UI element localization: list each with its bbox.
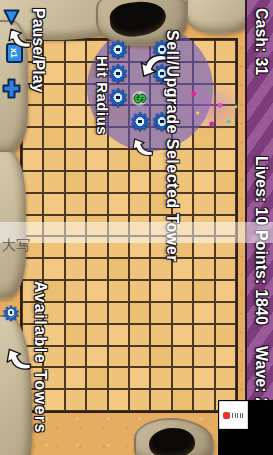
cell-9-11[interactable]	[215, 280, 236, 302]
cell-4-16[interactable]	[108, 389, 129, 411]
cell-5-12[interactable]	[129, 302, 150, 324]
cash-label: Cash:	[253, 8, 270, 52]
cell-9-6[interactable]	[215, 171, 236, 193]
caps-indicator-band	[0, 222, 273, 243]
cell-6-12[interactable]	[150, 302, 171, 324]
cell-9-15[interactable]	[215, 367, 236, 389]
cell-2-16[interactable]	[65, 389, 86, 411]
cell-9-12[interactable]	[215, 302, 236, 324]
cell-6-16[interactable]	[150, 389, 171, 411]
cell-2-6[interactable]	[65, 171, 86, 193]
cell-4-15[interactable]	[108, 367, 129, 389]
cell-5-13[interactable]	[129, 324, 150, 346]
cell-4-13[interactable]	[108, 324, 129, 346]
cell-2-11[interactable]	[65, 280, 86, 302]
cell-5-11[interactable]	[129, 280, 150, 302]
cell-9-10[interactable]	[215, 258, 236, 280]
cell-2-2[interactable]	[65, 84, 86, 106]
cash-value: 31	[253, 57, 270, 75]
cell-4-11[interactable]	[108, 280, 129, 302]
cell-8-6[interactable]	[193, 171, 214, 193]
cell-9-0[interactable]	[215, 40, 236, 62]
points-stat: Points:1840	[252, 230, 270, 325]
hit-radius-label: Hit Radius	[94, 56, 111, 135]
cell-8-15[interactable]	[193, 367, 214, 389]
cell-9-13[interactable]	[215, 324, 236, 346]
cell-2-12[interactable]	[65, 302, 86, 324]
sparkle-dots	[188, 83, 192, 87]
cell-6-11[interactable]	[150, 280, 171, 302]
cell-1-3[interactable]	[43, 105, 64, 127]
cell-5-10[interactable]	[129, 258, 150, 280]
cell-1-7[interactable]	[43, 193, 64, 215]
cell-8-7[interactable]	[193, 193, 214, 215]
cell-2-4[interactable]	[65, 127, 86, 149]
cell-1-4[interactable]	[43, 127, 64, 149]
lives-stat: Lives:10	[252, 156, 270, 225]
cell-8-11[interactable]	[193, 280, 214, 302]
cell-3-13[interactable]	[86, 324, 107, 346]
add-button[interactable]	[2, 78, 21, 103]
cell-3-7[interactable]	[86, 193, 107, 215]
cell-4-10[interactable]	[108, 258, 129, 280]
cell-4-6[interactable]	[108, 171, 129, 193]
cell-2-10[interactable]	[65, 258, 86, 280]
watermark-logo-icon	[223, 412, 230, 419]
cell-6-14[interactable]	[150, 346, 171, 368]
cell-8-14[interactable]	[193, 346, 214, 368]
cell-8-16[interactable]	[193, 389, 214, 411]
cell-6-13[interactable]	[150, 324, 171, 346]
plus-icon	[2, 78, 21, 99]
cell-2-13[interactable]	[65, 324, 86, 346]
cell-1-5[interactable]	[43, 149, 64, 171]
cash-stat: Cash:31	[252, 8, 270, 75]
cell-7-12[interactable]	[172, 302, 193, 324]
cell-1-6[interactable]	[43, 171, 64, 193]
cell-3-16[interactable]	[86, 389, 107, 411]
cell-7-11[interactable]	[172, 280, 193, 302]
watermark-logo-text	[232, 413, 244, 418]
cell-2-1[interactable]	[65, 62, 86, 84]
cell-2-14[interactable]	[65, 346, 86, 368]
cell-7-14[interactable]	[172, 346, 193, 368]
cell-5-14[interactable]	[129, 346, 150, 368]
cell-4-14[interactable]	[108, 346, 129, 368]
cell-5-7[interactable]	[129, 193, 150, 215]
wave-label: Wave:	[253, 346, 270, 393]
cell-3-14[interactable]	[86, 346, 107, 368]
gear-icon: ⚙	[2, 303, 21, 324]
cell-4-7[interactable]	[108, 193, 129, 215]
cell-5-16[interactable]	[129, 389, 150, 411]
cell-3-15[interactable]	[86, 367, 107, 389]
cell-9-5[interactable]	[215, 149, 236, 171]
available-tower-button[interactable]: ⚙	[0, 302, 22, 324]
cell-8-10[interactable]	[193, 258, 214, 280]
cell-7-16[interactable]	[172, 389, 193, 411]
lives-label: Lives:	[253, 156, 270, 202]
cell-1-10[interactable]	[43, 258, 64, 280]
game-screen: ⚙⚙⚙⚙⚙$⚙⚙» x1 ⚙ Pause/Play Hit Radius Sel…	[0, 0, 273, 455]
cell-9-14[interactable]	[215, 346, 236, 368]
cell-2-15[interactable]	[65, 367, 86, 389]
cell-3-12[interactable]	[86, 302, 107, 324]
cell-3-11[interactable]	[86, 280, 107, 302]
pause-play-label: Pause/Play	[29, 8, 47, 93]
cell-3-5[interactable]	[86, 149, 107, 171]
cell-2-0[interactable]	[65, 40, 86, 62]
cell-2-3[interactable]	[65, 105, 86, 127]
points-value: 1840	[253, 289, 270, 325]
cell-2-7[interactable]	[65, 193, 86, 215]
cell-7-13[interactable]	[172, 324, 193, 346]
cell-2-5[interactable]	[65, 149, 86, 171]
cell-3-6[interactable]	[86, 171, 107, 193]
cell-5-15[interactable]	[129, 367, 150, 389]
arrow-to-available-tower	[4, 346, 32, 372]
cell-3-10[interactable]	[86, 258, 107, 280]
cell-5-6[interactable]	[129, 171, 150, 193]
cell-8-13[interactable]	[193, 324, 214, 346]
cell-9-7[interactable]	[215, 193, 236, 215]
cell-4-5[interactable]	[108, 149, 129, 171]
cell-8-12[interactable]	[193, 302, 214, 324]
available-towers-label: Available Towers	[31, 281, 49, 434]
watermark-badge	[219, 401, 248, 429]
cell-4-12[interactable]	[108, 302, 129, 324]
cell-6-15[interactable]	[150, 367, 171, 389]
cell-7-15[interactable]	[172, 367, 193, 389]
play-icon	[3, 9, 20, 26]
arrow-to-upgrade-icon	[127, 136, 157, 158]
cell-0-5[interactable]	[22, 149, 43, 171]
wave-stat: Wave:2	[252, 346, 270, 406]
caps-indicator-text: 大写	[2, 237, 30, 255]
cell-8-5[interactable]	[193, 149, 214, 171]
